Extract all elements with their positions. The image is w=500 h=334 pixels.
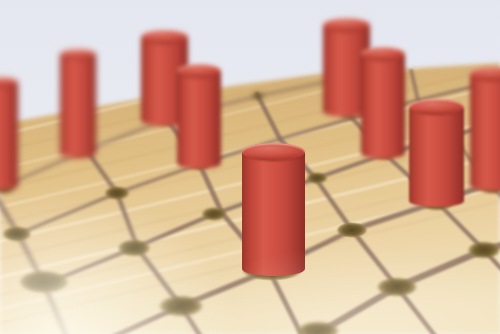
peg-top-face xyxy=(60,49,96,59)
peg-far-right[interactable] xyxy=(470,67,500,191)
peg-center-focus[interactable] xyxy=(242,143,305,276)
peg-top-face xyxy=(242,143,305,161)
peg-7[interactable] xyxy=(361,47,405,159)
photo-scene xyxy=(0,0,500,334)
peg-body xyxy=(361,54,405,159)
peg-8[interactable] xyxy=(409,99,464,207)
peg-body xyxy=(409,107,464,207)
peg-4[interactable] xyxy=(177,64,221,169)
peg-body xyxy=(242,152,305,276)
peg-top-face xyxy=(361,47,405,61)
peg-body xyxy=(470,74,500,191)
peg-far-left[interactable] xyxy=(0,77,18,190)
peg-2[interactable] xyxy=(60,49,96,158)
peg-body xyxy=(60,54,96,158)
peg-top-face xyxy=(409,99,464,115)
peg-top-face xyxy=(141,30,188,44)
peg-body xyxy=(0,82,18,190)
peg-top-face xyxy=(323,18,370,32)
peg-top-face xyxy=(177,64,221,78)
peg-body xyxy=(177,71,221,169)
pegs-layer xyxy=(0,0,500,334)
